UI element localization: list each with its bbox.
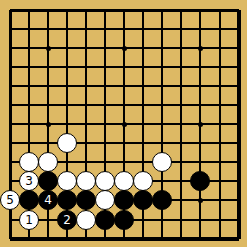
intersection (229, 210, 247, 229)
intersection (77, 115, 96, 134)
intersection (115, 58, 134, 77)
intersection (1, 229, 20, 247)
intersection (229, 229, 247, 247)
intersection: 3 (20, 172, 39, 191)
intersection (39, 96, 58, 115)
intersection (191, 20, 210, 39)
intersection (20, 77, 39, 96)
move-number: 4 (44, 194, 52, 206)
intersection (39, 172, 58, 191)
intersection (39, 58, 58, 77)
intersection (39, 115, 58, 134)
intersection (39, 229, 58, 247)
intersection (210, 210, 229, 229)
intersection (153, 191, 172, 210)
intersection (20, 191, 39, 210)
intersection (20, 134, 39, 153)
intersection (172, 77, 191, 96)
intersection (1, 115, 20, 134)
intersection (172, 58, 191, 77)
intersection (210, 77, 229, 96)
intersection (191, 1, 210, 20)
intersection (58, 20, 77, 39)
intersection (39, 39, 58, 58)
intersection (134, 77, 153, 96)
move-number: 3 (25, 175, 33, 187)
black-stone: 2 (57, 210, 77, 230)
intersection (153, 172, 172, 191)
intersection (96, 39, 115, 58)
intersection (134, 172, 153, 191)
intersection (172, 115, 191, 134)
intersection (172, 210, 191, 229)
intersection (58, 153, 77, 172)
intersection (20, 96, 39, 115)
intersection (115, 77, 134, 96)
intersection (115, 115, 134, 134)
intersection (210, 191, 229, 210)
intersection (191, 172, 210, 191)
intersection (153, 134, 172, 153)
intersection (39, 1, 58, 20)
intersection (191, 134, 210, 153)
intersection (115, 229, 134, 247)
intersection (134, 58, 153, 77)
intersection (153, 210, 172, 229)
intersection (1, 96, 20, 115)
intersection (191, 39, 210, 58)
intersection (77, 58, 96, 77)
white-stone (95, 190, 115, 210)
intersection (1, 77, 20, 96)
intersection (115, 210, 134, 229)
intersection (134, 1, 153, 20)
intersection (191, 77, 210, 96)
intersection (1, 39, 20, 58)
intersection (210, 39, 229, 58)
intersection (229, 134, 247, 153)
intersection (96, 229, 115, 247)
black-stone (114, 190, 134, 210)
intersection (39, 153, 58, 172)
move-number: 1 (25, 214, 33, 226)
intersection (229, 39, 247, 58)
intersection (210, 172, 229, 191)
intersection (96, 58, 115, 77)
white-stone: 5 (0, 190, 20, 210)
white-stone (95, 171, 115, 191)
intersection (58, 1, 77, 20)
intersection (20, 39, 39, 58)
intersection (20, 153, 39, 172)
intersection: 4 (39, 191, 58, 210)
intersection (115, 39, 134, 58)
intersection (172, 191, 191, 210)
intersection (153, 229, 172, 247)
white-stone: 1 (19, 210, 39, 230)
intersection (58, 77, 77, 96)
intersection (96, 77, 115, 96)
intersection (77, 96, 96, 115)
move-number: 2 (63, 214, 71, 226)
star-point (198, 46, 203, 51)
intersection (39, 77, 58, 96)
intersection (1, 58, 20, 77)
intersection (77, 153, 96, 172)
black-stone (76, 190, 96, 210)
intersection (153, 1, 172, 20)
star-point (122, 122, 127, 127)
intersection (20, 229, 39, 247)
go-diagram: 35412 (0, 0, 247, 247)
intersection (153, 39, 172, 58)
intersection (153, 77, 172, 96)
intersection (115, 153, 134, 172)
intersection (134, 20, 153, 39)
black-stone (57, 190, 77, 210)
star-point (198, 122, 203, 127)
black-stone (133, 190, 153, 210)
intersection (77, 134, 96, 153)
intersection (134, 96, 153, 115)
intersection (191, 229, 210, 247)
intersection (58, 96, 77, 115)
intersection (229, 77, 247, 96)
intersection (134, 210, 153, 229)
black-stone (19, 190, 39, 210)
intersection (39, 134, 58, 153)
intersection (20, 20, 39, 39)
intersection (153, 153, 172, 172)
intersection (1, 153, 20, 172)
intersection (229, 20, 247, 39)
intersection (229, 96, 247, 115)
white-stone (152, 152, 172, 172)
black-stone (152, 190, 172, 210)
intersection (58, 39, 77, 58)
black-stone (190, 171, 210, 191)
intersection (115, 172, 134, 191)
intersection (134, 39, 153, 58)
intersection (115, 134, 134, 153)
intersection (1, 20, 20, 39)
intersection (1, 210, 20, 229)
intersection (172, 1, 191, 20)
intersection (134, 115, 153, 134)
intersection (191, 115, 210, 134)
intersection (58, 229, 77, 247)
white-stone: 3 (19, 171, 39, 191)
intersection (58, 115, 77, 134)
intersection (153, 58, 172, 77)
intersection (172, 39, 191, 58)
white-stone (19, 152, 39, 172)
intersection (77, 20, 96, 39)
intersection (191, 96, 210, 115)
intersection (134, 229, 153, 247)
intersection (96, 134, 115, 153)
white-stone (133, 171, 153, 191)
intersection (77, 229, 96, 247)
intersection (96, 153, 115, 172)
intersection (229, 58, 247, 77)
star-point (198, 198, 203, 203)
intersection (229, 1, 247, 20)
black-stone: 4 (38, 190, 58, 210)
intersection (20, 115, 39, 134)
intersection (96, 191, 115, 210)
intersection: 1 (20, 210, 39, 229)
intersection (229, 172, 247, 191)
intersection (58, 134, 77, 153)
intersection (210, 96, 229, 115)
white-stone (76, 171, 96, 191)
intersection (20, 1, 39, 20)
intersection (172, 153, 191, 172)
intersection (115, 96, 134, 115)
white-stone (57, 133, 77, 153)
intersection (134, 134, 153, 153)
intersection (191, 191, 210, 210)
intersection (153, 96, 172, 115)
intersection (210, 229, 229, 247)
intersection (77, 77, 96, 96)
star-point (46, 122, 51, 127)
intersection (77, 172, 96, 191)
move-number: 5 (6, 194, 14, 206)
intersection (39, 210, 58, 229)
intersection (172, 96, 191, 115)
intersection (210, 153, 229, 172)
intersection (77, 1, 96, 20)
intersection (96, 115, 115, 134)
intersection (210, 134, 229, 153)
intersection (134, 153, 153, 172)
white-stone (57, 171, 77, 191)
intersection (172, 134, 191, 153)
intersection (153, 20, 172, 39)
intersection (77, 210, 96, 229)
intersection (191, 153, 210, 172)
intersection (191, 58, 210, 77)
intersection (115, 1, 134, 20)
intersection (229, 153, 247, 172)
intersection (20, 58, 39, 77)
intersection (39, 20, 58, 39)
intersection (115, 20, 134, 39)
intersection (58, 58, 77, 77)
intersection (172, 229, 191, 247)
intersection (96, 96, 115, 115)
intersection: 5 (1, 191, 20, 210)
intersection (210, 58, 229, 77)
intersection (77, 191, 96, 210)
intersection (210, 1, 229, 20)
intersection (1, 172, 20, 191)
intersection (210, 20, 229, 39)
intersection (153, 115, 172, 134)
intersection (229, 191, 247, 210)
black-stone (114, 210, 134, 230)
intersection (96, 1, 115, 20)
white-stone (38, 152, 58, 172)
go-board: 35412 (0, 0, 247, 247)
intersection: 2 (58, 210, 77, 229)
black-stone (38, 171, 58, 191)
white-stone (114, 171, 134, 191)
intersection (115, 191, 134, 210)
intersection (172, 20, 191, 39)
intersection (77, 39, 96, 58)
intersection (1, 1, 20, 20)
intersection (210, 115, 229, 134)
white-stone (76, 210, 96, 230)
intersection (172, 172, 191, 191)
star-point (46, 46, 51, 51)
board-grid: 35412 (1, 1, 248, 247)
intersection (58, 191, 77, 210)
intersection (191, 210, 210, 229)
intersection (96, 210, 115, 229)
intersection (229, 115, 247, 134)
black-stone (95, 210, 115, 230)
intersection (58, 172, 77, 191)
intersection (96, 172, 115, 191)
intersection (96, 20, 115, 39)
intersection (134, 191, 153, 210)
star-point (122, 46, 127, 51)
intersection (1, 134, 20, 153)
